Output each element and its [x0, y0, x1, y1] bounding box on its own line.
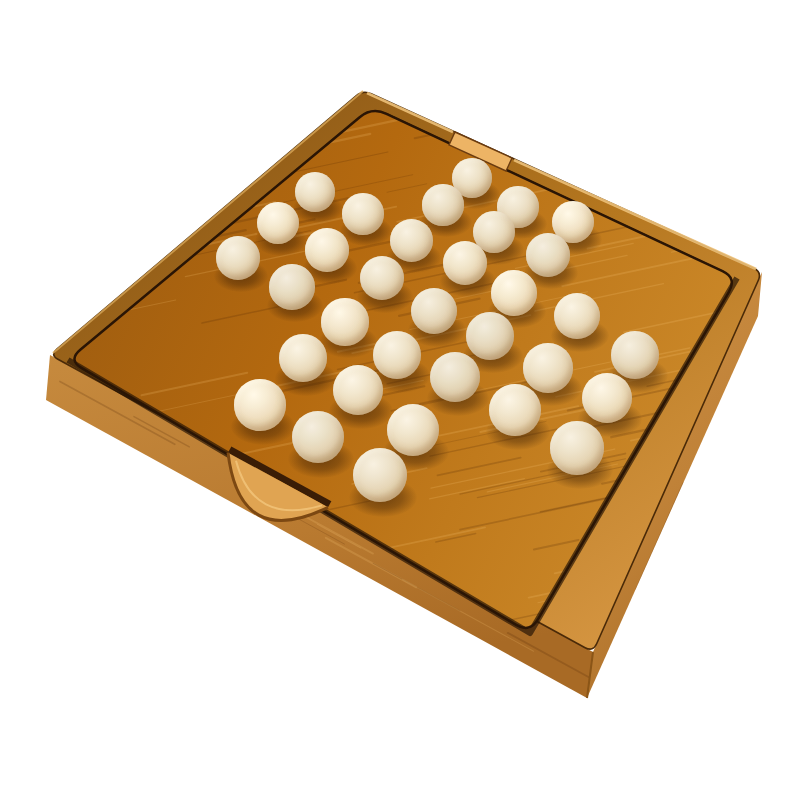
ball-r5c4[interactable]	[554, 293, 601, 340]
wooden-ball	[550, 421, 603, 474]
wooden-ball	[257, 202, 299, 244]
balls-layer	[0, 0, 800, 800]
ball-r4c0[interactable]	[353, 448, 408, 503]
wooden-ball	[321, 298, 368, 345]
wooden-ball	[333, 365, 384, 416]
wooden-ball	[430, 352, 480, 402]
ball-r3c1[interactable]	[333, 365, 384, 416]
wooden-ball	[269, 264, 314, 309]
ball-r0c3[interactable]	[257, 202, 299, 244]
ball-r1c2[interactable]	[269, 264, 314, 309]
ball-r6c3[interactable]	[582, 373, 633, 424]
ball-r2c3[interactable]	[360, 256, 405, 301]
ball-r0c4[interactable]	[295, 172, 336, 213]
solitaire-product-photo	[0, 0, 800, 800]
ball-r3c0[interactable]	[292, 411, 345, 464]
ball-r4c4[interactable]	[491, 270, 537, 316]
ball-r5c2[interactable]	[489, 384, 541, 436]
wooden-ball	[234, 379, 285, 430]
ball-r0c2[interactable]	[216, 236, 260, 280]
wooden-ball	[489, 384, 541, 436]
ball-r3c4[interactable]	[443, 241, 487, 285]
ball-r2c1[interactable]	[279, 334, 328, 383]
ball-r6c2[interactable]	[550, 421, 603, 474]
wooden-ball	[216, 236, 260, 280]
ball-r2c2[interactable]	[321, 298, 368, 345]
wooden-ball	[443, 241, 487, 285]
ball-r4c2[interactable]	[430, 352, 480, 402]
wooden-ball	[491, 270, 537, 316]
ball-r2c0[interactable]	[234, 379, 285, 430]
ball-r3c3[interactable]	[411, 288, 458, 335]
